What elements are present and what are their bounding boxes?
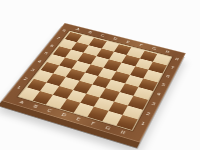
chess-board: ABCDEFGH ABCDEFGH 87654321 87654321 [2,23,186,143]
product-photo-scene: ABCDEFGH ABCDEFGH 87654321 87654321 [0,0,200,150]
coord-label-1: 1 [136,122,145,134]
board-frame: ABCDEFGH ABCDEFGH 87654321 87654321 [2,23,186,143]
